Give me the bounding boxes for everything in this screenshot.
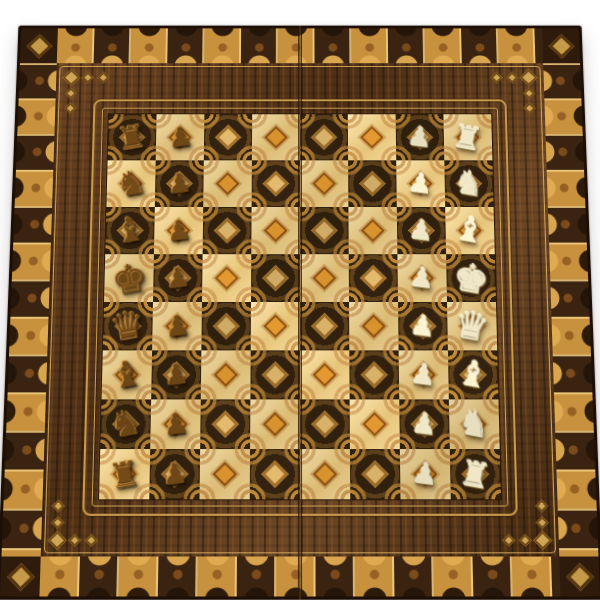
square-a5[interactable]	[250, 449, 300, 499]
piece-white-pawn[interactable]: ♟	[410, 408, 439, 439]
piece-white-queen[interactable]: ♛	[452, 304, 493, 348]
square-e2[interactable]: ♟	[397, 254, 447, 302]
square-h1[interactable]: ♜	[443, 114, 492, 160]
square-d7[interactable]: ♟	[152, 302, 202, 350]
square-f4[interactable]	[300, 207, 349, 254]
square-a8[interactable]: ♜	[99, 449, 150, 499]
piece-white-pawn[interactable]: ♟	[409, 311, 437, 342]
piece-white-pawn[interactable]: ♟	[411, 458, 440, 490]
piece-white-rook[interactable]: ♜	[457, 454, 493, 494]
square-a2[interactable]: ♟	[400, 449, 451, 499]
square-h3[interactable]	[348, 114, 396, 160]
square-f5[interactable]	[251, 207, 300, 254]
piece-white-pawn[interactable]: ♟	[409, 359, 437, 390]
piece-white-knight[interactable]: ♞	[456, 404, 493, 445]
square-b3[interactable]	[350, 399, 400, 449]
square-b5[interactable]	[250, 399, 300, 449]
hinge-seam	[298, 26, 302, 600]
square-g2[interactable]: ♟	[396, 160, 445, 207]
square-d6[interactable]	[201, 302, 251, 350]
piece-black-bishop[interactable]: ♝	[112, 211, 148, 250]
square-e6[interactable]	[202, 254, 251, 302]
square-a6[interactable]	[199, 449, 250, 499]
square-c8[interactable]: ♝	[102, 350, 153, 399]
piece-white-pawn[interactable]: ♟	[408, 263, 436, 293]
square-a4[interactable]	[300, 449, 350, 499]
square-e1[interactable]: ♚	[446, 254, 496, 302]
piece-black-rook[interactable]: ♜	[107, 454, 143, 494]
piece-black-pawn[interactable]: ♟	[166, 169, 194, 199]
piece-black-pawn[interactable]: ♟	[165, 216, 193, 246]
piece-black-pawn[interactable]: ♟	[161, 408, 190, 439]
piece-white-knight[interactable]: ♞	[451, 165, 487, 203]
square-a1[interactable]: ♜	[450, 449, 501, 499]
piece-black-knight[interactable]: ♞	[113, 165, 149, 203]
piece-white-rook[interactable]: ♜	[450, 119, 485, 156]
square-e3[interactable]	[349, 254, 398, 302]
square-b8[interactable]: ♞	[100, 399, 151, 449]
piece-black-queen[interactable]: ♛	[108, 304, 149, 348]
piece-white-king[interactable]: ♚	[450, 256, 492, 301]
square-c1[interactable]: ♝	[448, 350, 499, 399]
square-a3[interactable]	[350, 449, 401, 499]
square-g6[interactable]	[203, 160, 252, 207]
border-corner-ornament	[20, 28, 58, 63]
square-b7[interactable]: ♟	[150, 399, 201, 449]
piece-black-knight[interactable]: ♞	[107, 404, 144, 445]
corner-chain-inlay	[488, 73, 534, 116]
piece-black-pawn[interactable]: ♟	[160, 458, 189, 490]
square-e4[interactable]	[300, 254, 349, 302]
square-d4[interactable]	[300, 302, 349, 350]
border-corner-ornament	[559, 557, 600, 597]
square-f6[interactable]	[203, 207, 252, 254]
piece-white-bishop[interactable]: ♝	[455, 355, 492, 395]
chess-board: ♜♟♟♜♞♟♟♞♝♟♟♝♚♟♟♚♛♟♟♛♝♟♟♝♞♟♟♞♜♟♟♜	[0, 26, 600, 600]
piece-black-king[interactable]: ♚	[108, 256, 150, 301]
square-d1[interactable]: ♛	[447, 302, 497, 350]
corner-chain-inlay	[499, 497, 548, 545]
square-g1[interactable]: ♞	[444, 160, 493, 207]
piece-black-pawn[interactable]: ♟	[166, 123, 194, 152]
square-d8[interactable]: ♛	[103, 302, 153, 350]
square-a7[interactable]: ♟	[149, 449, 200, 499]
square-g7[interactable]: ♟	[155, 160, 204, 207]
square-e5[interactable]	[251, 254, 300, 302]
square-d3[interactable]	[349, 302, 399, 350]
piece-black-pawn[interactable]: ♟	[164, 263, 192, 293]
square-c2[interactable]: ♟	[399, 350, 449, 399]
square-g4[interactable]	[300, 160, 348, 207]
square-b4[interactable]	[300, 399, 350, 449]
border-corner-ornament	[0, 557, 41, 597]
corner-chain-inlay	[52, 497, 101, 545]
square-h7[interactable]: ♟	[156, 114, 205, 160]
corner-chain-inlay	[66, 73, 112, 116]
square-f3[interactable]	[348, 207, 397, 254]
square-h2[interactable]: ♟	[396, 114, 445, 160]
photo-background: ♜♟♟♜♞♟♟♞♝♟♟♝♚♟♟♚♛♟♟♛♝♟♟♝♞♟♟♞♜♟♟♜	[0, 0, 600, 600]
square-h8[interactable]: ♜	[108, 114, 157, 160]
piece-white-pawn[interactable]: ♟	[407, 169, 435, 199]
square-f8[interactable]: ♝	[105, 207, 155, 254]
square-g5[interactable]	[252, 160, 300, 207]
square-d5[interactable]	[251, 302, 300, 350]
square-f7[interactable]: ♟	[154, 207, 203, 254]
piece-white-bishop[interactable]: ♝	[452, 211, 488, 250]
border-corner-ornament	[542, 28, 580, 63]
square-f2[interactable]: ♟	[397, 207, 446, 254]
board-perspective-wrapper: ♜♟♟♜♞♟♟♞♝♟♟♝♚♟♟♚♛♟♟♛♝♟♟♝♞♟♟♞♜♟♟♜	[0, 26, 600, 600]
square-h4[interactable]	[300, 114, 348, 160]
square-c7[interactable]: ♟	[151, 350, 201, 399]
square-f1[interactable]: ♝	[445, 207, 495, 254]
square-g3[interactable]	[348, 160, 397, 207]
piece-black-pawn[interactable]: ♟	[163, 311, 191, 342]
square-c4[interactable]	[300, 350, 350, 399]
square-h5[interactable]	[252, 114, 300, 160]
square-c3[interactable]	[349, 350, 399, 399]
square-g8[interactable]: ♞	[106, 160, 155, 207]
square-e8[interactable]: ♚	[104, 254, 154, 302]
square-d2[interactable]: ♟	[398, 302, 448, 350]
square-e7[interactable]: ♟	[153, 254, 203, 302]
piece-black-rook[interactable]: ♜	[115, 119, 150, 156]
square-b2[interactable]: ♟	[399, 399, 450, 449]
square-h6[interactable]	[204, 114, 252, 160]
square-c6[interactable]	[201, 350, 251, 399]
square-c5[interactable]	[250, 350, 300, 399]
square-b1[interactable]: ♞	[449, 399, 500, 449]
piece-white-pawn[interactable]: ♟	[406, 123, 434, 152]
piece-black-bishop[interactable]: ♝	[108, 355, 145, 395]
piece-black-pawn[interactable]: ♟	[162, 359, 190, 390]
square-b6[interactable]	[200, 399, 250, 449]
piece-white-pawn[interactable]: ♟	[407, 216, 435, 246]
